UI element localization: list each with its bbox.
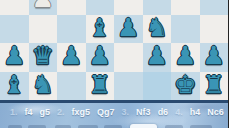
black-pawn-f7[interactable]: ♟ xyxy=(60,42,82,71)
square-f6[interactable] xyxy=(57,15,86,44)
black-pawn-d6[interactable]: ♟ xyxy=(117,14,139,43)
black-pawn-e7[interactable]: ♟ xyxy=(89,42,111,71)
move-san[interactable]: g5 xyxy=(40,107,51,117)
move-san[interactable]: Nc6 xyxy=(207,107,224,117)
black-pawn-a7[interactable]: ♟ xyxy=(203,42,225,71)
move-san[interactable]: h4 xyxy=(190,107,201,117)
clipped-move-token[interactable] xyxy=(28,125,46,128)
clipped-move-token[interactable] xyxy=(190,125,212,128)
square-e6[interactable]: ♝ xyxy=(86,15,115,44)
move-list-line-1: 1.f4g52.fxg5Qg73.Nf3d64.h4Nc6 xyxy=(10,107,224,117)
black-pawn-b7[interactable]: ♟ xyxy=(174,42,196,71)
square-h5[interactable] xyxy=(0,0,29,15)
square-c8[interactable] xyxy=(143,72,172,101)
square-h6[interactable] xyxy=(0,15,29,44)
black-queen-g7[interactable]: ♛ xyxy=(32,42,54,71)
square-b5[interactable] xyxy=(171,0,200,15)
square-d7[interactable] xyxy=(114,43,143,72)
square-g8[interactable]: ♞ xyxy=(29,72,58,101)
clipped-move-token[interactable] xyxy=(104,125,122,128)
black-king-b8[interactable]: ♚ xyxy=(174,71,196,100)
black-bishop-e6[interactable]: ♝ xyxy=(89,14,111,43)
current-move-chip[interactable] xyxy=(130,124,157,128)
clipped-move-token[interactable] xyxy=(8,125,22,128)
move-san[interactable]: Qg7 xyxy=(97,107,115,117)
black-knight-c6[interactable]: ♞ xyxy=(146,14,168,43)
square-a5[interactable] xyxy=(200,0,229,15)
black-bishop-h8[interactable]: ♝ xyxy=(3,71,25,100)
square-a7[interactable]: ♟ xyxy=(200,43,229,72)
square-f5[interactable] xyxy=(57,0,86,15)
white-pawn-g5[interactable]: ♟ xyxy=(32,0,54,14)
board-grid: ♟♝♟♞♟♛♟♟♟♟♟♝♞♜♚♜ xyxy=(0,0,228,100)
square-b6[interactable] xyxy=(171,15,200,44)
square-c7[interactable]: ♟ xyxy=(143,43,172,72)
square-f8[interactable] xyxy=(57,72,86,101)
black-rook-e8[interactable]: ♜ xyxy=(89,71,111,100)
move-list-bar: 1.f4g52.fxg5Qg73.Nf3d64.h4Nc6 xyxy=(0,103,228,128)
square-f7[interactable]: ♟ xyxy=(57,43,86,72)
move-san[interactable]: f4 xyxy=(25,107,33,117)
black-knight-g8[interactable]: ♞ xyxy=(32,71,54,100)
square-g7[interactable]: ♛ xyxy=(29,43,58,72)
square-e8[interactable]: ♜ xyxy=(86,72,115,101)
black-rook-a8[interactable]: ♜ xyxy=(203,71,225,100)
square-b7[interactable]: ♟ xyxy=(171,43,200,72)
move-number: 4. xyxy=(175,107,183,117)
chess-app-screen: ♟♝♟♞♟♛♟♟♟♟♟♝♞♜♚♜ 1.f4g52.fxg5Qg73.Nf3d64… xyxy=(0,0,228,128)
chess-board: ♟♝♟♞♟♛♟♟♟♟♟♝♞♜♚♜ xyxy=(0,0,228,100)
square-b8[interactable]: ♚ xyxy=(171,72,200,101)
square-d6[interactable]: ♟ xyxy=(114,15,143,44)
square-a6[interactable] xyxy=(200,15,229,44)
square-h7[interactable]: ♟ xyxy=(0,43,29,72)
square-d8[interactable] xyxy=(114,72,143,101)
square-a8[interactable]: ♜ xyxy=(200,72,229,101)
move-list-line-2-clipped xyxy=(0,124,228,128)
clipped-move-token[interactable] xyxy=(55,125,71,128)
clipped-move-token[interactable] xyxy=(78,125,98,128)
square-g6[interactable] xyxy=(29,15,58,44)
black-pawn-c7[interactable]: ♟ xyxy=(146,42,168,71)
move-number: 3. xyxy=(122,107,130,117)
move-number: 2. xyxy=(57,107,65,117)
black-pawn-h7[interactable]: ♟ xyxy=(3,42,25,71)
square-g5[interactable]: ♟ xyxy=(29,0,58,15)
move-san[interactable]: d6 xyxy=(158,107,169,117)
move-san[interactable]: fxg5 xyxy=(72,107,91,117)
square-c6[interactable]: ♞ xyxy=(143,15,172,44)
move-number: 1. xyxy=(10,107,18,117)
square-h8[interactable]: ♝ xyxy=(0,72,29,101)
move-san[interactable]: Nf3 xyxy=(136,107,151,117)
square-e7[interactable]: ♟ xyxy=(86,43,115,72)
clipped-move-token[interactable] xyxy=(165,125,183,128)
